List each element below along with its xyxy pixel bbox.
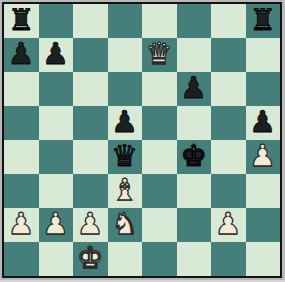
- square-d5[interactable]: ♟: [108, 106, 143, 140]
- square-g6[interactable]: [211, 72, 246, 106]
- square-f1[interactable]: [177, 242, 212, 276]
- square-a2[interactable]: ♟: [4, 208, 39, 242]
- square-h8[interactable]: ♜: [246, 4, 281, 38]
- square-c4[interactable]: [73, 140, 108, 174]
- square-b1[interactable]: [39, 242, 74, 276]
- square-c2[interactable]: ♟: [73, 208, 108, 242]
- square-b8[interactable]: [39, 4, 74, 38]
- square-b7[interactable]: ♟: [39, 38, 74, 72]
- square-h1[interactable]: [246, 242, 281, 276]
- square-h4[interactable]: ♟: [246, 140, 281, 174]
- square-c6[interactable]: [73, 72, 108, 106]
- square-g3[interactable]: [211, 174, 246, 208]
- black-pawn-a7[interactable]: ♟: [8, 39, 35, 69]
- square-g5[interactable]: [211, 106, 246, 140]
- square-a8[interactable]: ♜: [4, 4, 39, 38]
- square-h2[interactable]: [246, 208, 281, 242]
- square-b5[interactable]: [39, 106, 74, 140]
- square-e2[interactable]: [142, 208, 177, 242]
- square-e8[interactable]: [142, 4, 177, 38]
- white-pawn-g2[interactable]: ♟: [215, 209, 242, 239]
- white-queen-e7[interactable]: ♛: [146, 39, 173, 69]
- square-g2[interactable]: ♟: [211, 208, 246, 242]
- board-frame: ♜♜♟♟♛♟♟♟♛♚♟♝♟♟♟♞♟♚: [0, 0, 285, 282]
- square-c8[interactable]: [73, 4, 108, 38]
- square-g7[interactable]: [211, 38, 246, 72]
- white-bishop-d3[interactable]: ♝: [111, 175, 138, 205]
- square-f6[interactable]: ♟: [177, 72, 212, 106]
- black-rook-h8[interactable]: ♜: [249, 5, 276, 35]
- square-d1[interactable]: [108, 242, 143, 276]
- square-h5[interactable]: ♟: [246, 106, 281, 140]
- square-h6[interactable]: [246, 72, 281, 106]
- square-g4[interactable]: [211, 140, 246, 174]
- square-c3[interactable]: [73, 174, 108, 208]
- square-d7[interactable]: [108, 38, 143, 72]
- square-a1[interactable]: [4, 242, 39, 276]
- square-e3[interactable]: [142, 174, 177, 208]
- white-king-c1[interactable]: ♚: [77, 243, 104, 273]
- square-d6[interactable]: [108, 72, 143, 106]
- white-knight-d2[interactable]: ♞: [111, 209, 138, 239]
- black-pawn-h5[interactable]: ♟: [249, 107, 276, 137]
- black-pawn-f6[interactable]: ♟: [180, 73, 207, 103]
- square-c5[interactable]: [73, 106, 108, 140]
- square-a3[interactable]: [4, 174, 39, 208]
- square-a4[interactable]: [4, 140, 39, 174]
- black-queen-d4[interactable]: ♛: [111, 141, 138, 171]
- square-a6[interactable]: [4, 72, 39, 106]
- black-king-f4[interactable]: ♚: [180, 141, 207, 171]
- square-f2[interactable]: [177, 208, 212, 242]
- square-d2[interactable]: ♞: [108, 208, 143, 242]
- square-a5[interactable]: [4, 106, 39, 140]
- square-c1[interactable]: ♚: [73, 242, 108, 276]
- white-pawn-b2[interactable]: ♟: [42, 209, 69, 239]
- square-f7[interactable]: [177, 38, 212, 72]
- square-h7[interactable]: [246, 38, 281, 72]
- square-f5[interactable]: [177, 106, 212, 140]
- square-d3[interactable]: ♝: [108, 174, 143, 208]
- chess-board: ♜♜♟♟♛♟♟♟♛♚♟♝♟♟♟♞♟♚: [2, 2, 282, 278]
- square-f4[interactable]: ♚: [177, 140, 212, 174]
- black-rook-a8[interactable]: ♜: [8, 5, 35, 35]
- white-pawn-a2[interactable]: ♟: [8, 209, 35, 239]
- black-pawn-d5[interactable]: ♟: [111, 107, 138, 137]
- square-f8[interactable]: [177, 4, 212, 38]
- square-d4[interactable]: ♛: [108, 140, 143, 174]
- square-b2[interactable]: ♟: [39, 208, 74, 242]
- square-e1[interactable]: [142, 242, 177, 276]
- black-pawn-b7[interactable]: ♟: [42, 39, 69, 69]
- square-h3[interactable]: [246, 174, 281, 208]
- square-e6[interactable]: [142, 72, 177, 106]
- square-b4[interactable]: [39, 140, 74, 174]
- white-pawn-c2[interactable]: ♟: [77, 209, 104, 239]
- square-e7[interactable]: ♛: [142, 38, 177, 72]
- white-pawn-h4[interactable]: ♟: [249, 141, 276, 171]
- square-e4[interactable]: [142, 140, 177, 174]
- square-e5[interactable]: [142, 106, 177, 140]
- square-a7[interactable]: ♟: [4, 38, 39, 72]
- square-b6[interactable]: [39, 72, 74, 106]
- square-b3[interactable]: [39, 174, 74, 208]
- square-g8[interactable]: [211, 4, 246, 38]
- square-f3[interactable]: [177, 174, 212, 208]
- square-c7[interactable]: [73, 38, 108, 72]
- square-d8[interactable]: [108, 4, 143, 38]
- square-g1[interactable]: [211, 242, 246, 276]
